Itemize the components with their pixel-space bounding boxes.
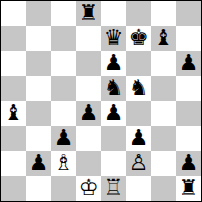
square-a3[interactable] bbox=[1, 126, 26, 151]
square-e7[interactable]: ♛ bbox=[101, 26, 126, 51]
square-c2[interactable]: ♗ bbox=[51, 151, 76, 176]
piece-black-rook[interactable]: ♜ bbox=[179, 176, 199, 200]
square-h4[interactable] bbox=[176, 101, 201, 126]
piece-white-pawn[interactable]: ♙ bbox=[129, 151, 149, 175]
square-a8[interactable] bbox=[1, 1, 26, 26]
square-b7[interactable] bbox=[26, 26, 51, 51]
square-d1[interactable]: ♔ bbox=[76, 176, 101, 201]
square-f5[interactable]: ♞ bbox=[126, 76, 151, 101]
square-a2[interactable] bbox=[1, 151, 26, 176]
square-a4[interactable]: ♝ bbox=[1, 101, 26, 126]
piece-black-rook[interactable]: ♜ bbox=[79, 1, 99, 25]
piece-black-bishop[interactable]: ♝ bbox=[4, 101, 24, 125]
square-d3[interactable] bbox=[76, 126, 101, 151]
square-f3[interactable]: ♟ bbox=[126, 126, 151, 151]
square-d6[interactable] bbox=[76, 51, 101, 76]
square-b4[interactable] bbox=[26, 101, 51, 126]
square-d5[interactable] bbox=[76, 76, 101, 101]
piece-black-bishop[interactable]: ♝ bbox=[154, 26, 174, 50]
square-f8[interactable] bbox=[126, 1, 151, 26]
square-e3[interactable] bbox=[101, 126, 126, 151]
square-g6[interactable] bbox=[151, 51, 176, 76]
square-f7[interactable]: ♚ bbox=[126, 26, 151, 51]
piece-black-pawn[interactable]: ♟ bbox=[29, 151, 49, 175]
square-h3[interactable] bbox=[176, 126, 201, 151]
square-e1[interactable]: ♖ bbox=[101, 176, 126, 201]
square-e4[interactable]: ♟ bbox=[101, 101, 126, 126]
square-d2[interactable] bbox=[76, 151, 101, 176]
square-h5[interactable] bbox=[176, 76, 201, 101]
square-a5[interactable] bbox=[1, 76, 26, 101]
square-g1[interactable] bbox=[151, 176, 176, 201]
square-f1[interactable] bbox=[126, 176, 151, 201]
square-a6[interactable] bbox=[1, 51, 26, 76]
chess-board: ♜♛♚♝♟♟♞♞♝♟♟♟♟♟♗♙♟♔♖♜ bbox=[1, 1, 201, 201]
square-d7[interactable] bbox=[76, 26, 101, 51]
square-g3[interactable] bbox=[151, 126, 176, 151]
square-e8[interactable] bbox=[101, 1, 126, 26]
piece-black-pawn[interactable]: ♟ bbox=[104, 101, 124, 125]
piece-black-king[interactable]: ♚ bbox=[129, 26, 149, 50]
piece-white-bishop[interactable]: ♗ bbox=[54, 151, 74, 175]
square-b5[interactable] bbox=[26, 76, 51, 101]
square-e5[interactable]: ♞ bbox=[101, 76, 126, 101]
square-g7[interactable]: ♝ bbox=[151, 26, 176, 51]
square-f4[interactable] bbox=[126, 101, 151, 126]
piece-white-rook[interactable]: ♖ bbox=[104, 176, 124, 200]
square-a7[interactable] bbox=[1, 26, 26, 51]
square-c4[interactable] bbox=[51, 101, 76, 126]
square-g4[interactable] bbox=[151, 101, 176, 126]
square-c1[interactable] bbox=[51, 176, 76, 201]
piece-black-pawn[interactable]: ♟ bbox=[179, 151, 199, 175]
square-h6[interactable]: ♟ bbox=[176, 51, 201, 76]
square-e6[interactable]: ♟ bbox=[101, 51, 126, 76]
piece-black-pawn[interactable]: ♟ bbox=[54, 126, 74, 150]
square-b8[interactable] bbox=[26, 1, 51, 26]
square-c5[interactable] bbox=[51, 76, 76, 101]
square-h1[interactable]: ♜ bbox=[176, 176, 201, 201]
square-h8[interactable] bbox=[176, 1, 201, 26]
square-c8[interactable] bbox=[51, 1, 76, 26]
square-b1[interactable] bbox=[26, 176, 51, 201]
square-f6[interactable] bbox=[126, 51, 151, 76]
square-f2[interactable]: ♙ bbox=[126, 151, 151, 176]
square-g8[interactable] bbox=[151, 1, 176, 26]
square-b2[interactable]: ♟ bbox=[26, 151, 51, 176]
square-b3[interactable] bbox=[26, 126, 51, 151]
piece-black-knight[interactable]: ♞ bbox=[129, 76, 149, 100]
square-h7[interactable] bbox=[176, 26, 201, 51]
square-d4[interactable]: ♟ bbox=[76, 101, 101, 126]
piece-black-pawn[interactable]: ♟ bbox=[129, 126, 149, 150]
piece-black-pawn[interactable]: ♟ bbox=[104, 51, 124, 75]
square-e2[interactable] bbox=[101, 151, 126, 176]
square-c3[interactable]: ♟ bbox=[51, 126, 76, 151]
square-a1[interactable] bbox=[1, 176, 26, 201]
square-g2[interactable] bbox=[151, 151, 176, 176]
piece-black-pawn[interactable]: ♟ bbox=[79, 101, 99, 125]
square-h2[interactable]: ♟ bbox=[176, 151, 201, 176]
piece-black-knight[interactable]: ♞ bbox=[104, 76, 124, 100]
square-c6[interactable] bbox=[51, 51, 76, 76]
square-b6[interactable] bbox=[26, 51, 51, 76]
square-g5[interactable] bbox=[151, 76, 176, 101]
square-d8[interactable]: ♜ bbox=[76, 1, 101, 26]
chess-board-frame: ♜♛♚♝♟♟♞♞♝♟♟♟♟♟♗♙♟♔♖♜ bbox=[0, 0, 202, 202]
square-c7[interactable] bbox=[51, 26, 76, 51]
piece-white-king[interactable]: ♔ bbox=[79, 176, 99, 200]
piece-black-pawn[interactable]: ♟ bbox=[179, 51, 199, 75]
piece-black-queen[interactable]: ♛ bbox=[104, 26, 124, 50]
